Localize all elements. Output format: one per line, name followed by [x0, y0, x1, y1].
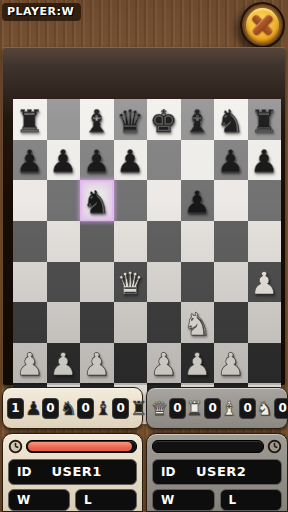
- square-f4[interactable]: [181, 262, 215, 303]
- loss-label: L: [84, 493, 92, 507]
- square-h6[interactable]: [248, 180, 282, 221]
- tray-entry-n: 0♞: [42, 398, 77, 419]
- captured-count: 0: [169, 398, 186, 419]
- piece-black-bishop: ♝: [83, 104, 111, 140]
- piece-white-pawn: ♟: [217, 347, 245, 383]
- chess-board[interactable]: ♜♝♛♚♝♞♜♟♟♟♟♟♟♞♟♛♟♞♟♟♟♟♟♟♜♞♝♚♝♜: [13, 99, 281, 424]
- captured-count: 0: [239, 398, 256, 419]
- square-b3[interactable]: [47, 302, 81, 343]
- losses-box-user1: L: [75, 489, 137, 511]
- piece-black-bishop: ♝: [183, 104, 211, 140]
- piece-white-knight: ♞: [183, 307, 211, 343]
- captured-count: 0: [112, 398, 129, 419]
- board-frame: ♜♝♛♚♝♞♜♟♟♟♟♟♟♞♟♛♟♞♟♟♟♟♟♟♜♞♝♚♝♜: [3, 47, 285, 385]
- piece-black-queen: ♛: [116, 104, 144, 140]
- id-row-user2: ID USER2: [152, 459, 282, 485]
- piece-black-pawn: ♟: [217, 144, 245, 180]
- piece-black-rook: ♜: [16, 104, 44, 140]
- close-button-face: [246, 8, 279, 43]
- tray-piece-icon: ♟: [25, 399, 42, 418]
- piece-white-pawn: ♟: [183, 347, 211, 383]
- square-c2[interactable]: ♟: [80, 343, 114, 384]
- square-e3[interactable]: [147, 302, 181, 343]
- square-c8[interactable]: ♝: [80, 99, 114, 140]
- player-name-user2: USER2: [175, 464, 281, 479]
- square-b4[interactable]: [47, 262, 81, 303]
- square-f2[interactable]: ♟: [181, 343, 215, 384]
- tray-entry-B: ♝0: [221, 398, 256, 419]
- captured-count: 0: [204, 398, 221, 419]
- captured-count: 0: [274, 398, 288, 419]
- piece-white-pawn: ♟: [250, 266, 278, 302]
- tray-entry-N: ♞0: [256, 398, 288, 419]
- square-d4[interactable]: ♛: [114, 262, 148, 303]
- square-h2[interactable]: [248, 343, 282, 384]
- square-e7[interactable]: [147, 140, 181, 181]
- captured-tray-white-pieces: ♛0♜0♝0♞0♟1: [146, 387, 288, 429]
- square-h7[interactable]: ♟: [248, 140, 282, 181]
- tray-piece-icon: ♜: [186, 399, 203, 418]
- square-g5[interactable]: [214, 221, 248, 262]
- square-g4[interactable]: [214, 262, 248, 303]
- square-c3[interactable]: [80, 302, 114, 343]
- wins-box-user2: W: [152, 489, 215, 511]
- time-fill-user1: [28, 442, 132, 451]
- square-b6[interactable]: [47, 180, 81, 221]
- piece-white-pawn: ♟: [49, 347, 77, 383]
- time-row-user2: [152, 439, 282, 455]
- square-h5[interactable]: [248, 221, 282, 262]
- captured-tray-black-pieces: 1♟0♞0♝0♜0♛: [2, 387, 143, 429]
- square-f5[interactable]: [181, 221, 215, 262]
- square-c4[interactable]: [80, 262, 114, 303]
- clock-icon: [267, 439, 282, 454]
- square-h3[interactable]: [248, 302, 282, 343]
- tray-entry-b: 0♝: [77, 398, 112, 419]
- player-panel-user1: ID USER1 W L: [2, 433, 143, 512]
- piece-black-king: ♚: [150, 104, 178, 140]
- square-d5[interactable]: [114, 221, 148, 262]
- piece-white-pawn: ♟: [150, 347, 178, 383]
- chess-app-screen: PLAYER:W ♜♝♛♚♝♞♜♟♟♟♟♟♟♞♟♛♟♞♟♟♟♟♟♟♜♞♝♚♝♜ …: [0, 0, 288, 512]
- square-a5[interactable]: [13, 221, 47, 262]
- square-g2[interactable]: ♟: [214, 343, 248, 384]
- player-panel-user2: ID USER2 W L: [146, 433, 288, 512]
- captured-count: 0: [77, 398, 94, 419]
- square-g7[interactable]: ♟: [214, 140, 248, 181]
- square-b2[interactable]: ♟: [47, 343, 81, 384]
- captured-count: 1: [7, 398, 24, 419]
- piece-black-pawn: ♟: [49, 144, 77, 180]
- tray-piece-icon: ♞: [256, 399, 273, 418]
- square-f7[interactable]: [181, 140, 215, 181]
- player-name-user1: USER1: [31, 464, 136, 479]
- square-a7[interactable]: ♟: [13, 140, 47, 181]
- square-c5[interactable]: [80, 221, 114, 262]
- square-d3[interactable]: [114, 302, 148, 343]
- tray-entry-R: ♜0: [186, 398, 221, 419]
- square-h8[interactable]: ♜: [248, 99, 282, 140]
- tray-piece-icon: ♛: [151, 399, 168, 418]
- square-d8[interactable]: ♛: [114, 99, 148, 140]
- clock-icon: [8, 439, 23, 454]
- square-f8[interactable]: ♝: [181, 99, 215, 140]
- square-b5[interactable]: [47, 221, 81, 262]
- square-a2[interactable]: ♟: [13, 343, 47, 384]
- square-d6[interactable]: [114, 180, 148, 221]
- square-a6[interactable]: [13, 180, 47, 221]
- square-a3[interactable]: [13, 302, 47, 343]
- tray-piece-icon: ♞: [60, 399, 77, 418]
- piece-white-queen: ♛: [116, 266, 144, 302]
- square-f3[interactable]: ♞: [181, 302, 215, 343]
- tray-entry-r: 0♜: [112, 398, 147, 419]
- id-row-user1: ID USER1: [8, 459, 137, 485]
- wl-row-user1: W L: [8, 489, 137, 511]
- captured-count: 0: [42, 398, 59, 419]
- square-g6[interactable]: [214, 180, 248, 221]
- tray-piece-icon: ♝: [95, 399, 112, 418]
- tray-entry-Q: ♛0: [151, 398, 186, 419]
- square-e4[interactable]: [147, 262, 181, 303]
- piece-black-knight: ♞: [217, 104, 245, 140]
- win-label: W: [17, 493, 30, 507]
- square-e6[interactable]: [147, 180, 181, 221]
- time-bar-user1: [26, 440, 137, 453]
- square-f6[interactable]: ♟: [181, 180, 215, 221]
- square-h4[interactable]: ♟: [248, 262, 282, 303]
- square-a4[interactable]: [13, 262, 47, 303]
- square-g8[interactable]: ♞: [214, 99, 248, 140]
- square-c7[interactable]: ♟: [80, 140, 114, 181]
- tray-piece-icon: ♜: [130, 399, 147, 418]
- win-label: W: [161, 493, 174, 507]
- piece-black-pawn: ♟: [83, 144, 111, 180]
- loss-label: L: [229, 493, 237, 507]
- square-e8[interactable]: ♚: [147, 99, 181, 140]
- id-label: ID: [9, 465, 31, 479]
- piece-black-pawn: ♟: [250, 144, 278, 180]
- square-b8[interactable]: [47, 99, 81, 140]
- piece-white-pawn: ♟: [16, 347, 44, 383]
- time-bar-user2: [152, 440, 264, 453]
- piece-black-pawn: ♟: [16, 144, 44, 180]
- time-row-user1: [8, 439, 137, 455]
- square-a8[interactable]: ♜: [13, 99, 47, 140]
- close-button[interactable]: [240, 2, 285, 48]
- square-d2[interactable]: [114, 343, 148, 384]
- id-label: ID: [153, 465, 175, 479]
- tray-entry-p: 1♟: [7, 398, 42, 419]
- wl-row-user2: W L: [152, 489, 282, 511]
- square-b7[interactable]: ♟: [47, 140, 81, 181]
- player-turn-badge: PLAYER:W: [2, 3, 81, 21]
- square-e2[interactable]: ♟: [147, 343, 181, 384]
- square-e5[interactable]: [147, 221, 181, 262]
- tray-piece-icon: ♝: [221, 399, 238, 418]
- close-x-icon: [246, 8, 279, 43]
- square-c6[interactable]: ♞: [80, 180, 114, 221]
- square-g3[interactable]: [214, 302, 248, 343]
- wins-box-user1: W: [8, 489, 70, 511]
- piece-black-rook: ♜: [250, 104, 278, 140]
- piece-black-pawn: ♟: [116, 144, 144, 180]
- piece-white-pawn: ♟: [83, 347, 111, 383]
- piece-black-knight: ♞: [83, 185, 111, 221]
- piece-black-pawn: ♟: [183, 185, 211, 221]
- losses-box-user2: L: [220, 489, 283, 511]
- square-d7[interactable]: ♟: [114, 140, 148, 181]
